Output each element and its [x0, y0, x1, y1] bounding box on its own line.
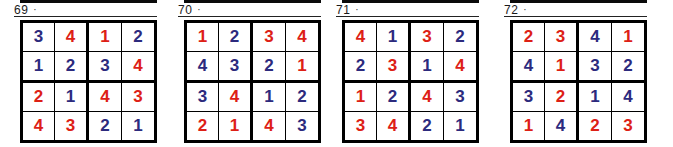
sudoku-grid: 3412123421434321 — [20, 20, 157, 143]
cell-r1c4: 1 — [612, 23, 644, 52]
cell-r1c1: 2 — [513, 23, 545, 52]
cell-r4c2: 3 — [55, 112, 89, 140]
puzzle-number: 72 — [504, 3, 518, 17]
cell-r1c2: 1 — [377, 23, 411, 52]
cell-r3c2: 2 — [545, 83, 579, 112]
label-dot: · — [523, 4, 527, 15]
label-dot: · — [197, 4, 201, 15]
puzzle-header: 70· — [178, 3, 321, 17]
cell-r2c2: 3 — [377, 52, 411, 83]
cell-r2c4: 4 — [444, 52, 476, 83]
cell-r1c1: 3 — [23, 23, 55, 52]
cell-r3c4: 2 — [286, 83, 318, 112]
sudoku-grid: 1234432134122143 — [184, 20, 321, 143]
cell-r3c4: 4 — [612, 83, 644, 112]
cell-r4c3: 2 — [579, 112, 612, 140]
puzzle-block-71: 71· 4132231412433421 — [336, 0, 479, 143]
puzzle-number: 69 — [14, 3, 28, 17]
cell-r3c4: 3 — [444, 83, 476, 112]
puzzle-sheet: 69· 3412123421434321 70· 123443213412214… — [0, 0, 673, 147]
label-dot: · — [355, 4, 359, 15]
cell-r3c3: 4 — [89, 83, 122, 112]
cell-r4c1: 1 — [513, 112, 545, 140]
cell-r4c2: 4 — [545, 112, 579, 140]
cell-r2c2: 1 — [545, 52, 579, 83]
cell-r3c2: 1 — [55, 83, 89, 112]
sudoku-grid: 2341413232141423 — [510, 20, 647, 143]
puzzle-number: 70 — [178, 3, 192, 17]
cell-r1c3: 4 — [579, 23, 612, 52]
cell-r1c3: 3 — [411, 23, 444, 52]
cell-r4c4: 3 — [286, 112, 318, 140]
cell-r4c2: 1 — [219, 112, 253, 140]
cell-r1c2: 2 — [219, 23, 253, 52]
cell-r1c1: 4 — [345, 23, 377, 52]
cell-r2c4: 4 — [122, 52, 154, 83]
cell-r4c4: 1 — [122, 112, 154, 140]
cell-r2c3: 3 — [579, 52, 612, 83]
cell-r3c1: 2 — [23, 83, 55, 112]
cell-r3c1: 3 — [187, 83, 219, 112]
cell-r2c1: 1 — [23, 52, 55, 83]
cell-r3c4: 3 — [122, 83, 154, 112]
puzzle-block-69: 69· 3412123421434321 — [14, 0, 157, 143]
cell-r2c1: 2 — [345, 52, 377, 83]
label-dot: · — [33, 4, 37, 15]
puzzle-block-72: 72· 2341413232141423 — [504, 0, 647, 143]
cell-r1c1: 1 — [187, 23, 219, 52]
cell-r3c3: 4 — [411, 83, 444, 112]
cell-r4c1: 4 — [23, 112, 55, 140]
cell-r4c3: 2 — [89, 112, 122, 140]
puzzle-number: 71 — [336, 3, 350, 17]
cell-r3c3: 1 — [579, 83, 612, 112]
cell-r2c4: 2 — [612, 52, 644, 83]
cell-r3c1: 1 — [345, 83, 377, 112]
cell-r1c4: 2 — [122, 23, 154, 52]
puzzle-header: 72· — [504, 3, 647, 17]
cell-r4c4: 3 — [612, 112, 644, 140]
sudoku-grid: 4132231412433421 — [342, 20, 479, 143]
cell-r1c2: 4 — [55, 23, 89, 52]
cell-r1c3: 3 — [253, 23, 286, 52]
cell-r1c3: 1 — [89, 23, 122, 52]
cell-r4c1: 2 — [187, 112, 219, 140]
cell-r2c4: 1 — [286, 52, 318, 83]
cell-r4c1: 3 — [345, 112, 377, 140]
cell-r1c4: 4 — [286, 23, 318, 52]
cell-r3c2: 2 — [377, 83, 411, 112]
cell-r3c3: 1 — [253, 83, 286, 112]
cell-r1c4: 2 — [444, 23, 476, 52]
cell-r3c2: 4 — [219, 83, 253, 112]
puzzle-header: 71· — [336, 3, 479, 17]
cell-r4c3: 2 — [411, 112, 444, 140]
cell-r2c3: 2 — [253, 52, 286, 83]
cell-r2c3: 1 — [411, 52, 444, 83]
puzzle-header: 69· — [14, 3, 157, 17]
cell-r1c2: 3 — [545, 23, 579, 52]
cell-r4c3: 4 — [253, 112, 286, 140]
cell-r4c2: 4 — [377, 112, 411, 140]
cell-r3c1: 3 — [513, 83, 545, 112]
cell-r2c3: 3 — [89, 52, 122, 83]
cell-r2c1: 4 — [513, 52, 545, 83]
cell-r2c2: 3 — [219, 52, 253, 83]
cell-r2c2: 2 — [55, 52, 89, 83]
cell-r4c4: 1 — [444, 112, 476, 140]
puzzle-block-70: 70· 1234432134122143 — [178, 0, 321, 143]
cell-r2c1: 4 — [187, 52, 219, 83]
